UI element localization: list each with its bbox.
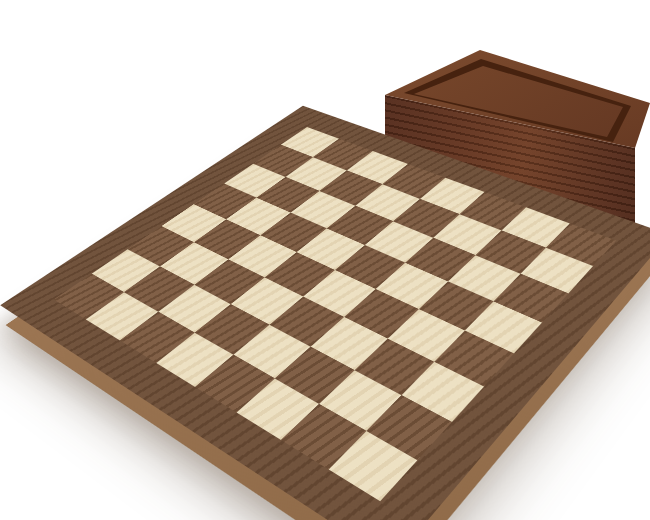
chess-product-photo: ♜︎♞︎♝︎♛︎♚︎♝︎♞︎♜︎♟︎♟︎♟︎♟︎♟︎♟︎♟︎♟︎♟︎♟︎♟︎♟︎…: [0, 0, 650, 520]
white-rook-h1: ♜︎: [326, 399, 414, 472]
black-pawn-h7: ♟︎: [519, 215, 591, 275]
square-h1: ♜︎: [329, 431, 418, 501]
chess-board: ♜︎♞︎♝︎♛︎♚︎♝︎♞︎♜︎♟︎♟︎♟︎♟︎♟︎♟︎♟︎♟︎♟︎♟︎♟︎♟︎…: [0, 106, 650, 520]
chess-board-wrap: ♜︎♞︎♝︎♛︎♚︎♝︎♞︎♜︎♟︎♟︎♟︎♟︎♟︎♟︎♟︎♟︎♟︎♟︎♟︎♟︎…: [97, 32, 573, 508]
